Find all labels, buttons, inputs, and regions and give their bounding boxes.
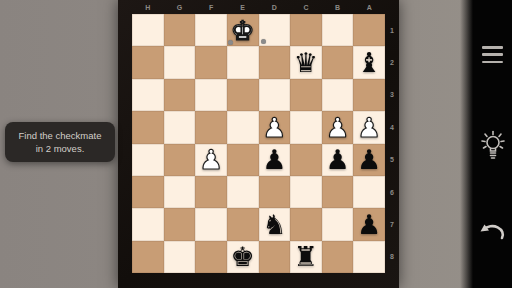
black-queen-c2[interactable]: ♛ xyxy=(294,49,318,76)
square-d6[interactable] xyxy=(259,176,291,208)
square-b3[interactable] xyxy=(322,79,354,111)
square-a5[interactable]: ♟ xyxy=(353,144,385,176)
square-d8[interactable] xyxy=(259,241,291,273)
square-g3[interactable] xyxy=(164,79,196,111)
menu-bar xyxy=(482,61,503,64)
square-f5[interactable]: ♟ xyxy=(195,144,227,176)
square-h2[interactable] xyxy=(132,46,164,78)
file-coordinates: HGFEDCBA xyxy=(132,0,385,14)
square-b7[interactable] xyxy=(322,208,354,240)
white-pawn-f5[interactable]: ♟ xyxy=(199,146,223,173)
square-f4[interactable] xyxy=(195,111,227,143)
square-g5[interactable] xyxy=(164,144,196,176)
menu-bar xyxy=(482,53,503,56)
black-pawn-a7[interactable]: ♟ xyxy=(357,211,381,238)
square-d7[interactable]: ♞ xyxy=(259,208,291,240)
file-label-h: H xyxy=(132,0,164,14)
square-c1[interactable] xyxy=(290,14,322,46)
square-e2[interactable] xyxy=(227,46,259,78)
rank-label-1: 1 xyxy=(385,14,399,46)
rank-label-5: 5 xyxy=(385,144,399,176)
menu-bar xyxy=(482,46,503,49)
black-knight-d7[interactable]: ♞ xyxy=(262,211,286,238)
instruction-line-2: in 2 moves. xyxy=(36,142,85,156)
square-e3[interactable] xyxy=(227,79,259,111)
square-a2[interactable]: ♝ xyxy=(353,46,385,78)
square-b5[interactable]: ♟ xyxy=(322,144,354,176)
square-g1[interactable] xyxy=(164,14,196,46)
black-bishop-a2[interactable]: ♝ xyxy=(357,49,381,76)
square-h7[interactable] xyxy=(132,208,164,240)
rank-label-6: 6 xyxy=(385,176,399,208)
rank-label-4: 4 xyxy=(385,111,399,143)
white-pawn-a4[interactable]: ♟ xyxy=(357,114,381,141)
instruction-line-1: Find the checkmate xyxy=(19,129,102,143)
square-c4[interactable] xyxy=(290,111,322,143)
black-king-e8[interactable]: ♚ xyxy=(231,243,255,270)
file-label-f: F xyxy=(195,0,227,14)
hint-lightbulb-icon[interactable] xyxy=(480,130,506,163)
file-label-c: C xyxy=(290,0,322,14)
square-a6[interactable] xyxy=(353,176,385,208)
rank-coordinates: 12345678 xyxy=(385,14,399,273)
square-b8[interactable] xyxy=(322,241,354,273)
rank-label-7: 7 xyxy=(385,208,399,240)
square-f6[interactable] xyxy=(195,176,227,208)
square-h1[interactable] xyxy=(132,14,164,46)
square-g6[interactable] xyxy=(164,176,196,208)
square-a4[interactable]: ♟ xyxy=(353,111,385,143)
file-label-a: A xyxy=(353,0,385,14)
white-king-e1[interactable]: ♚ xyxy=(231,17,255,44)
square-d4[interactable]: ♟ xyxy=(259,111,291,143)
square-f1[interactable] xyxy=(195,14,227,46)
square-g2[interactable] xyxy=(164,46,196,78)
file-label-b: B xyxy=(322,0,354,14)
square-a8[interactable] xyxy=(353,241,385,273)
square-c3[interactable] xyxy=(290,79,322,111)
rank-label-2: 2 xyxy=(385,46,399,78)
square-e4[interactable] xyxy=(227,111,259,143)
square-h4[interactable] xyxy=(132,111,164,143)
square-c7[interactable] xyxy=(290,208,322,240)
file-label-d: D xyxy=(259,0,291,14)
square-g7[interactable] xyxy=(164,208,196,240)
puzzle-instruction-toast: Find the checkmate in 2 moves. xyxy=(5,122,115,162)
chess-board: HGFEDCBA 12345678 ♚♛♝♟♟♟♟♟♟♟♞♟♚♜ xyxy=(118,0,399,288)
square-b4[interactable]: ♟ xyxy=(322,111,354,143)
square-f8[interactable] xyxy=(195,241,227,273)
square-h3[interactable] xyxy=(132,79,164,111)
square-h8[interactable] xyxy=(132,241,164,273)
square-c2[interactable]: ♛ xyxy=(290,46,322,78)
square-g8[interactable] xyxy=(164,241,196,273)
white-pawn-d4[interactable]: ♟ xyxy=(262,114,286,141)
square-a1[interactable] xyxy=(353,14,385,46)
square-f2[interactable] xyxy=(195,46,227,78)
file-label-e: E xyxy=(227,0,259,14)
square-c8[interactable]: ♜ xyxy=(290,241,322,273)
square-f7[interactable] xyxy=(195,208,227,240)
file-label-g: G xyxy=(164,0,196,14)
black-rook-c8[interactable]: ♜ xyxy=(294,243,318,270)
square-d5[interactable]: ♟ xyxy=(259,144,291,176)
square-e5[interactable] xyxy=(227,144,259,176)
black-pawn-b5[interactable]: ♟ xyxy=(325,146,349,173)
square-g4[interactable] xyxy=(164,111,196,143)
app-screen: HGFEDCBA 12345678 ♚♛♝♟♟♟♟♟♟♟♞♟♚♜ Find th… xyxy=(0,0,512,288)
square-a7[interactable]: ♟ xyxy=(353,208,385,240)
move-hint-dot-1 xyxy=(228,40,233,45)
square-e7[interactable] xyxy=(227,208,259,240)
square-h6[interactable] xyxy=(132,176,164,208)
square-a3[interactable] xyxy=(353,79,385,111)
rank-label-3: 3 xyxy=(385,79,399,111)
square-h5[interactable] xyxy=(132,144,164,176)
undo-icon[interactable] xyxy=(477,221,507,245)
square-d3[interactable] xyxy=(259,79,291,111)
square-d2[interactable] xyxy=(259,46,291,78)
square-e8[interactable]: ♚ xyxy=(227,241,259,273)
white-pawn-b4[interactable]: ♟ xyxy=(325,114,349,141)
square-b2[interactable] xyxy=(322,46,354,78)
black-pawn-d5[interactable]: ♟ xyxy=(262,146,286,173)
square-b1[interactable] xyxy=(322,14,354,46)
rank-label-8: 8 xyxy=(385,241,399,273)
square-e6[interactable] xyxy=(227,176,259,208)
board-grid[interactable]: ♚♛♝♟♟♟♟♟♟♟♞♟♚♜ xyxy=(132,14,385,273)
square-c5[interactable] xyxy=(290,144,322,176)
square-f3[interactable] xyxy=(195,79,227,111)
move-hint-dot-2 xyxy=(261,39,266,44)
black-pawn-a5[interactable]: ♟ xyxy=(357,146,381,173)
menu-icon[interactable] xyxy=(482,46,503,63)
square-b6[interactable] xyxy=(322,176,354,208)
square-c6[interactable] xyxy=(290,176,322,208)
